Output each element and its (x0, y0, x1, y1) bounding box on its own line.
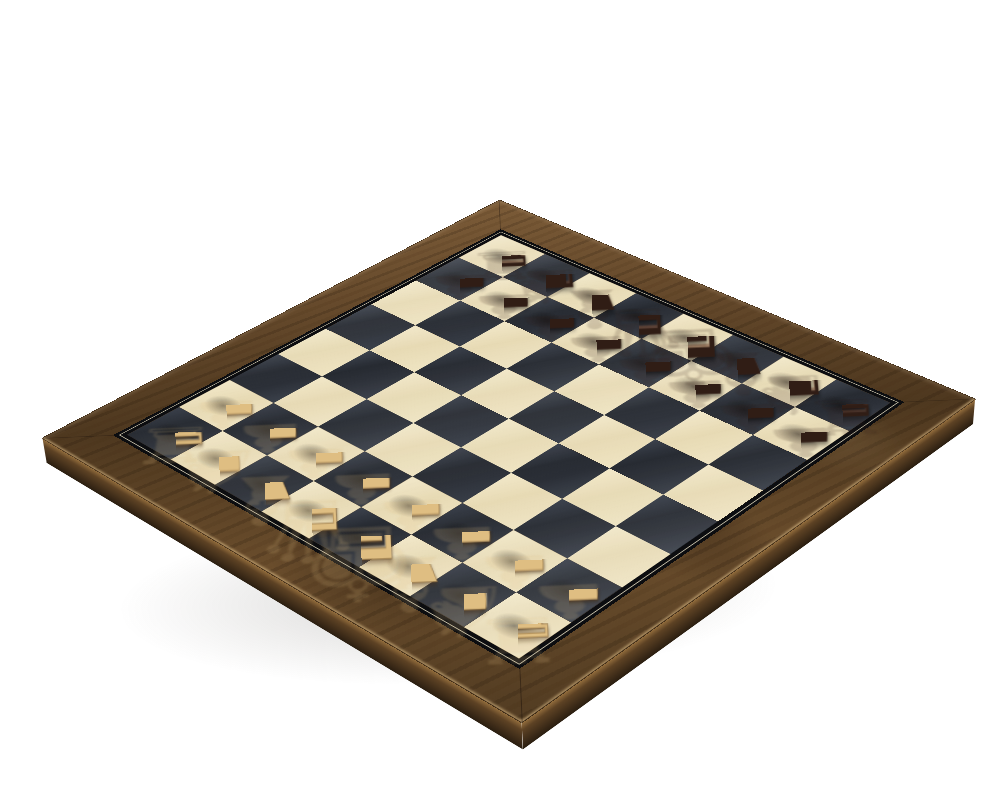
square-h7[interactable]: ♟♟ (752, 407, 849, 460)
scene: ♜♜♞♞♝♝♛♛♚♚♝♝♞♞♜♜♟♟♟♟♟♟♟♟♟♟♟♟♟♟♟♟♟♟♟♟♟♟♟♟… (0, 0, 1000, 800)
board-tilt: ♜♜♞♞♝♝♛♛♚♚♝♝♞♞♜♜♟♟♟♟♟♟♟♟♟♟♟♟♟♟♟♟♟♟♟♟♟♟♟♟… (0, 0, 1000, 800)
